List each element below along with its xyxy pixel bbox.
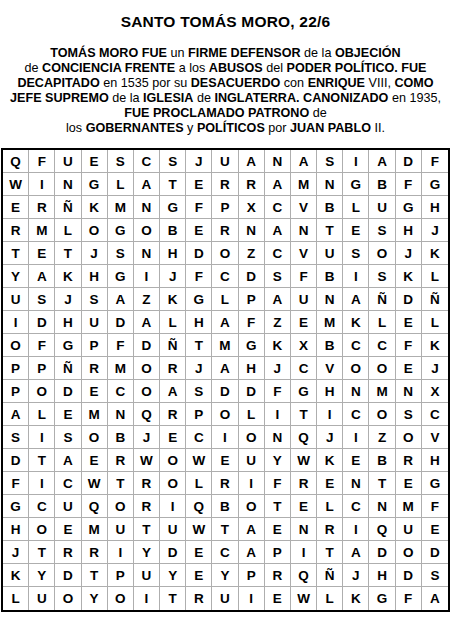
grid-cell[interactable]: M: [396, 495, 422, 518]
grid-cell[interactable]: U: [55, 495, 81, 518]
grid-cell[interactable]: S: [3, 426, 29, 449]
grid-cell[interactable]: I: [134, 587, 160, 610]
grid-cell[interactable]: D: [134, 334, 160, 357]
grid-cell[interactable]: C: [186, 426, 212, 449]
grid-cell[interactable]: O: [396, 426, 422, 449]
grid-cell[interactable]: U: [317, 242, 343, 265]
grid-cell[interactable]: A: [265, 288, 291, 311]
grid-cell[interactable]: K: [55, 265, 81, 288]
grid-cell[interactable]: K: [3, 564, 29, 587]
grid-cell[interactable]: R: [239, 173, 265, 196]
grid-cell[interactable]: U: [212, 150, 238, 173]
grid-cell[interactable]: J: [396, 242, 422, 265]
grid-cell[interactable]: F: [29, 150, 55, 173]
grid-cell[interactable]: L: [160, 311, 186, 334]
grid-cell[interactable]: O: [29, 380, 55, 403]
grid-cell[interactable]: H: [239, 357, 265, 380]
grid-cell[interactable]: X: [422, 380, 448, 403]
grid-cell[interactable]: U: [212, 587, 238, 610]
grid-cell[interactable]: E: [291, 311, 317, 334]
grid-cell[interactable]: A: [134, 311, 160, 334]
grid-cell[interactable]: F: [186, 196, 212, 219]
grid-cell[interactable]: A: [134, 173, 160, 196]
grid-cell[interactable]: A: [108, 288, 134, 311]
grid-cell[interactable]: E: [186, 219, 212, 242]
grid-cell[interactable]: S: [186, 380, 212, 403]
grid-cell[interactable]: D: [186, 242, 212, 265]
grid-cell[interactable]: H: [422, 449, 448, 472]
grid-cell[interactable]: W: [291, 587, 317, 610]
grid-cell[interactable]: Ñ: [55, 196, 81, 219]
grid-cell[interactable]: U: [108, 518, 134, 541]
grid-cell[interactable]: T: [3, 242, 29, 265]
grid-cell[interactable]: K: [160, 288, 186, 311]
grid-cell[interactable]: I: [239, 472, 265, 495]
grid-cell[interactable]: S: [55, 426, 81, 449]
grid-cell[interactable]: I: [265, 403, 291, 426]
grid-cell[interactable]: K: [343, 587, 369, 610]
grid-cell[interactable]: D: [160, 541, 186, 564]
grid-cell[interactable]: I: [212, 426, 238, 449]
grid-cell[interactable]: S: [160, 150, 186, 173]
grid-cell[interactable]: M: [29, 219, 55, 242]
grid-cell[interactable]: H: [55, 311, 81, 334]
grid-cell[interactable]: C: [265, 196, 291, 219]
grid-cell[interactable]: I: [317, 403, 343, 426]
grid-cell[interactable]: T: [369, 472, 395, 495]
grid-cell[interactable]: C: [212, 265, 238, 288]
grid-cell[interactable]: I: [108, 541, 134, 564]
grid-cell[interactable]: K: [82, 196, 108, 219]
grid-cell[interactable]: P: [29, 357, 55, 380]
grid-cell[interactable]: L: [369, 311, 395, 334]
grid-cell[interactable]: E: [212, 449, 238, 472]
grid-cell[interactable]: F: [29, 334, 55, 357]
grid-cell[interactable]: A: [212, 357, 238, 380]
grid-cell[interactable]: E: [396, 472, 422, 495]
grid-cell[interactable]: I: [29, 173, 55, 196]
grid-cell[interactable]: I: [239, 587, 265, 610]
grid-cell[interactable]: O: [369, 403, 395, 426]
grid-cell[interactable]: G: [55, 334, 81, 357]
grid-cell[interactable]: D: [239, 380, 265, 403]
grid-cell[interactable]: I: [343, 265, 369, 288]
grid-cell[interactable]: Y: [29, 564, 55, 587]
grid-cell[interactable]: G: [108, 265, 134, 288]
grid-cell[interactable]: Q: [82, 495, 108, 518]
grid-cell[interactable]: W: [186, 449, 212, 472]
grid-cell[interactable]: S: [108, 150, 134, 173]
grid-cell[interactable]: R: [396, 449, 422, 472]
grid-cell[interactable]: F: [265, 380, 291, 403]
grid-cell[interactable]: R: [82, 357, 108, 380]
grid-cell[interactable]: T: [160, 587, 186, 610]
grid-cell[interactable]: F: [291, 265, 317, 288]
grid-cell[interactable]: E: [82, 449, 108, 472]
grid-cell[interactable]: S: [29, 288, 55, 311]
grid-cell[interactable]: B: [317, 196, 343, 219]
grid-cell[interactable]: O: [369, 357, 395, 380]
grid-cell[interactable]: K: [422, 242, 448, 265]
grid-cell[interactable]: T: [212, 518, 238, 541]
grid-cell[interactable]: Q: [291, 426, 317, 449]
grid-cell[interactable]: E: [186, 541, 212, 564]
grid-cell[interactable]: D: [422, 541, 448, 564]
grid-cell[interactable]: R: [186, 587, 212, 610]
grid-cell[interactable]: G: [422, 173, 448, 196]
grid-cell[interactable]: R: [212, 219, 238, 242]
grid-cell[interactable]: K: [422, 334, 448, 357]
grid-cell[interactable]: N: [396, 380, 422, 403]
grid-cell[interactable]: O: [396, 541, 422, 564]
grid-cell[interactable]: B: [212, 495, 238, 518]
grid-cell[interactable]: N: [291, 219, 317, 242]
grid-cell[interactable]: X: [291, 334, 317, 357]
grid-cell[interactable]: J: [186, 150, 212, 173]
grid-cell[interactable]: F: [186, 265, 212, 288]
grid-cell[interactable]: E: [3, 196, 29, 219]
grid-cell[interactable]: R: [317, 518, 343, 541]
grid-cell[interactable]: O: [29, 518, 55, 541]
grid-cell[interactable]: Ñ: [422, 288, 448, 311]
grid-cell[interactable]: R: [212, 173, 238, 196]
grid-cell[interactable]: F: [422, 150, 448, 173]
grid-cell[interactable]: T: [29, 541, 55, 564]
grid-cell[interactable]: A: [239, 541, 265, 564]
grid-cell[interactable]: R: [212, 472, 238, 495]
grid-cell[interactable]: S: [317, 150, 343, 173]
grid-cell[interactable]: D: [3, 449, 29, 472]
grid-cell[interactable]: R: [108, 449, 134, 472]
grid-cell[interactable]: T: [291, 403, 317, 426]
grid-cell[interactable]: E: [82, 380, 108, 403]
grid-cell[interactable]: E: [422, 518, 448, 541]
grid-cell[interactable]: K: [265, 334, 291, 357]
grid-cell[interactable]: Z: [239, 242, 265, 265]
grid-cell[interactable]: Y: [134, 541, 160, 564]
grid-cell[interactable]: D: [239, 265, 265, 288]
grid-cell[interactable]: C: [134, 150, 160, 173]
grid-cell[interactable]: E: [29, 242, 55, 265]
grid-cell[interactable]: V: [317, 357, 343, 380]
grid-cell[interactable]: S: [265, 265, 291, 288]
grid-cell[interactable]: N: [134, 242, 160, 265]
grid-cell[interactable]: U: [82, 311, 108, 334]
grid-cell[interactable]: A: [239, 518, 265, 541]
grid-cell[interactable]: D: [396, 150, 422, 173]
grid-cell[interactable]: L: [422, 265, 448, 288]
grid-cell[interactable]: C: [343, 403, 369, 426]
grid-cell[interactable]: A: [265, 173, 291, 196]
grid-cell[interactable]: M: [291, 173, 317, 196]
grid-cell[interactable]: I: [160, 495, 186, 518]
grid-cell[interactable]: A: [239, 150, 265, 173]
grid-cell[interactable]: C: [343, 334, 369, 357]
grid-cell[interactable]: C: [265, 242, 291, 265]
grid-cell[interactable]: N: [239, 219, 265, 242]
grid-cell[interactable]: G: [422, 472, 448, 495]
grid-cell[interactable]: R: [55, 541, 81, 564]
grid-cell[interactable]: G: [160, 196, 186, 219]
grid-cell[interactable]: A: [265, 219, 291, 242]
grid-cell[interactable]: O: [3, 334, 29, 357]
grid-cell[interactable]: R: [29, 196, 55, 219]
grid-cell[interactable]: U: [3, 288, 29, 311]
grid-cell[interactable]: H: [186, 311, 212, 334]
grid-cell[interactable]: L: [239, 403, 265, 426]
grid-cell[interactable]: P: [82, 334, 108, 357]
grid-cell[interactable]: R: [134, 472, 160, 495]
grid-cell[interactable]: W: [186, 518, 212, 541]
grid-cell[interactable]: V: [291, 196, 317, 219]
grid-cell[interactable]: I: [343, 150, 369, 173]
grid-cell[interactable]: H: [317, 380, 343, 403]
grid-cell[interactable]: K: [317, 449, 343, 472]
grid-cell[interactable]: Q: [369, 518, 395, 541]
grid-cell[interactable]: R: [134, 495, 160, 518]
grid-cell[interactable]: B: [108, 426, 134, 449]
grid-cell[interactable]: E: [265, 587, 291, 610]
grid-cell[interactable]: O: [343, 357, 369, 380]
grid-cell[interactable]: J: [422, 357, 448, 380]
grid-cell[interactable]: U: [396, 518, 422, 541]
grid-cell[interactable]: V: [422, 426, 448, 449]
grid-cell[interactable]: M: [82, 403, 108, 426]
grid-cell[interactable]: R: [160, 403, 186, 426]
grid-cell[interactable]: C: [212, 541, 238, 564]
grid-cell[interactable]: H: [160, 242, 186, 265]
grid-cell[interactable]: T: [317, 219, 343, 242]
grid-cell[interactable]: U: [134, 564, 160, 587]
grid-cell[interactable]: F: [422, 495, 448, 518]
grid-cell[interactable]: L: [422, 311, 448, 334]
grid-cell[interactable]: R: [160, 357, 186, 380]
grid-cell[interactable]: B: [369, 173, 395, 196]
grid-cell[interactable]: E: [343, 449, 369, 472]
grid-cell[interactable]: U: [369, 196, 395, 219]
grid-cell[interactable]: I: [343, 518, 369, 541]
grid-cell[interactable]: E: [343, 219, 369, 242]
grid-cell[interactable]: T: [29, 449, 55, 472]
grid-cell[interactable]: O: [55, 587, 81, 610]
grid-cell[interactable]: F: [396, 334, 422, 357]
grid-cell[interactable]: Ñ: [317, 564, 343, 587]
grid-cell[interactable]: Y: [212, 564, 238, 587]
grid-cell[interactable]: J: [160, 265, 186, 288]
grid-cell[interactable]: I: [3, 311, 29, 334]
grid-cell[interactable]: E: [396, 357, 422, 380]
grid-cell[interactable]: P: [265, 541, 291, 564]
grid-cell[interactable]: L: [317, 495, 343, 518]
grid-cell[interactable]: Y: [82, 587, 108, 610]
grid-cell[interactable]: E: [317, 472, 343, 495]
grid-cell[interactable]: C: [55, 472, 81, 495]
grid-cell[interactable]: N: [343, 472, 369, 495]
grid-cell[interactable]: B: [317, 334, 343, 357]
grid-cell[interactable]: B: [160, 219, 186, 242]
grid-cell[interactable]: H: [3, 518, 29, 541]
grid-cell[interactable]: A: [212, 311, 238, 334]
grid-cell[interactable]: T: [55, 242, 81, 265]
grid-cell[interactable]: E: [396, 311, 422, 334]
grid-cell[interactable]: Z: [265, 311, 291, 334]
grid-cell[interactable]: L: [317, 587, 343, 610]
grid-cell[interactable]: F: [239, 311, 265, 334]
grid-cell[interactable]: B: [369, 449, 395, 472]
grid-cell[interactable]: M: [212, 334, 238, 357]
grid-cell[interactable]: A: [3, 403, 29, 426]
grid-cell[interactable]: D: [29, 311, 55, 334]
grid-cell[interactable]: A: [422, 587, 448, 610]
grid-cell[interactable]: I: [343, 426, 369, 449]
grid-cell[interactable]: T: [186, 334, 212, 357]
grid-cell[interactable]: P: [239, 564, 265, 587]
grid-cell[interactable]: D: [369, 541, 395, 564]
grid-cell[interactable]: F: [396, 587, 422, 610]
grid-cell[interactable]: N: [265, 150, 291, 173]
grid-cell[interactable]: Ñ: [55, 357, 81, 380]
grid-cell[interactable]: O: [134, 219, 160, 242]
grid-cell[interactable]: X: [239, 196, 265, 219]
grid-cell[interactable]: L: [212, 288, 238, 311]
grid-cell[interactable]: Y: [160, 564, 186, 587]
grid-cell[interactable]: L: [3, 587, 29, 610]
grid-cell[interactable]: E: [82, 150, 108, 173]
grid-cell[interactable]: J: [3, 541, 29, 564]
grid-cell[interactable]: C: [291, 357, 317, 380]
grid-cell[interactable]: S: [82, 288, 108, 311]
grid-cell[interactable]: G: [291, 380, 317, 403]
grid-cell[interactable]: W: [134, 449, 160, 472]
grid-cell[interactable]: P: [186, 403, 212, 426]
grid-cell[interactable]: T: [82, 564, 108, 587]
grid-cell[interactable]: S: [396, 403, 422, 426]
grid-cell[interactable]: O: [134, 357, 160, 380]
grid-cell[interactable]: I: [29, 472, 55, 495]
grid-cell[interactable]: H: [422, 196, 448, 219]
grid-cell[interactable]: I: [291, 541, 317, 564]
grid-cell[interactable]: K: [396, 265, 422, 288]
grid-cell[interactable]: M: [108, 357, 134, 380]
grid-cell[interactable]: O: [369, 242, 395, 265]
grid-cell[interactable]: E: [160, 426, 186, 449]
grid-cell[interactable]: O: [160, 472, 186, 495]
grid-cell[interactable]: R: [82, 541, 108, 564]
grid-cell[interactable]: S: [343, 242, 369, 265]
grid-cell[interactable]: A: [369, 150, 395, 173]
grid-cell[interactable]: P: [3, 380, 29, 403]
grid-cell[interactable]: O: [108, 495, 134, 518]
grid-cell[interactable]: D: [55, 564, 81, 587]
grid-cell[interactable]: M: [369, 380, 395, 403]
grid-cell[interactable]: A: [55, 449, 81, 472]
grid-cell[interactable]: L: [108, 173, 134, 196]
grid-cell[interactable]: P: [3, 357, 29, 380]
grid-cell[interactable]: H: [396, 219, 422, 242]
grid-cell[interactable]: C: [369, 334, 395, 357]
grid-cell[interactable]: A: [29, 265, 55, 288]
grid-cell[interactable]: H: [369, 564, 395, 587]
grid-cell[interactable]: L: [186, 472, 212, 495]
grid-cell[interactable]: G: [186, 288, 212, 311]
grid-cell[interactable]: L: [343, 196, 369, 219]
grid-cell[interactable]: C: [422, 403, 448, 426]
grid-cell[interactable]: P: [212, 196, 238, 219]
grid-cell[interactable]: F: [3, 472, 29, 495]
grid-cell[interactable]: G: [343, 173, 369, 196]
grid-cell[interactable]: K: [343, 311, 369, 334]
grid-cell[interactable]: J: [55, 288, 81, 311]
grid-cell[interactable]: M: [108, 196, 134, 219]
grid-cell[interactable]: T: [317, 541, 343, 564]
grid-cell[interactable]: G: [239, 334, 265, 357]
grid-cell[interactable]: Y: [265, 449, 291, 472]
grid-cell[interactable]: A: [343, 288, 369, 311]
grid-cell[interactable]: T: [160, 173, 186, 196]
grid-cell[interactable]: D: [108, 311, 134, 334]
grid-cell[interactable]: N: [317, 173, 343, 196]
grid-cell[interactable]: C: [343, 495, 369, 518]
grid-cell[interactable]: F: [108, 334, 134, 357]
grid-cell[interactable]: H: [82, 265, 108, 288]
grid-cell[interactable]: G: [108, 219, 134, 242]
grid-cell[interactable]: N: [265, 426, 291, 449]
grid-cell[interactable]: L: [29, 403, 55, 426]
grid-cell[interactable]: Z: [134, 288, 160, 311]
grid-cell[interactable]: J: [134, 426, 160, 449]
grid-cell[interactable]: U: [29, 587, 55, 610]
grid-cell[interactable]: Q: [291, 564, 317, 587]
grid-cell[interactable]: O: [108, 587, 134, 610]
grid-cell[interactable]: J: [317, 426, 343, 449]
grid-cell[interactable]: Ñ: [160, 334, 186, 357]
grid-cell[interactable]: A: [291, 150, 317, 173]
grid-cell[interactable]: O: [212, 242, 238, 265]
grid-cell[interactable]: T: [265, 495, 291, 518]
grid-cell[interactable]: P: [239, 288, 265, 311]
grid-cell[interactable]: Y: [3, 265, 29, 288]
grid-cell[interactable]: S: [369, 219, 395, 242]
grid-cell[interactable]: R: [291, 472, 317, 495]
grid-cell[interactable]: O: [239, 495, 265, 518]
grid-cell[interactable]: D: [396, 288, 422, 311]
grid-cell[interactable]: N: [369, 495, 395, 518]
grid-cell[interactable]: R: [3, 219, 29, 242]
grid-cell[interactable]: J: [186, 357, 212, 380]
grid-cell[interactable]: O: [82, 426, 108, 449]
grid-cell[interactable]: J: [265, 357, 291, 380]
grid-cell[interactable]: Q: [134, 403, 160, 426]
grid-cell[interactable]: P: [108, 564, 134, 587]
grid-cell[interactable]: D: [55, 380, 81, 403]
grid-cell[interactable]: O: [239, 426, 265, 449]
grid-cell[interactable]: V: [291, 242, 317, 265]
grid-cell[interactable]: D: [396, 564, 422, 587]
grid-cell[interactable]: F: [396, 173, 422, 196]
grid-cell[interactable]: Q: [3, 150, 29, 173]
grid-cell[interactable]: M: [82, 518, 108, 541]
grid-cell[interactable]: W: [291, 449, 317, 472]
grid-cell[interactable]: E: [55, 518, 81, 541]
grid-cell[interactable]: G: [369, 587, 395, 610]
grid-cell[interactable]: A: [160, 380, 186, 403]
grid-cell[interactable]: L: [55, 219, 81, 242]
grid-cell[interactable]: E: [186, 173, 212, 196]
grid-cell[interactable]: O: [160, 449, 186, 472]
grid-cell[interactable]: N: [343, 380, 369, 403]
grid-cell[interactable]: G: [396, 196, 422, 219]
grid-cell[interactable]: E: [186, 564, 212, 587]
